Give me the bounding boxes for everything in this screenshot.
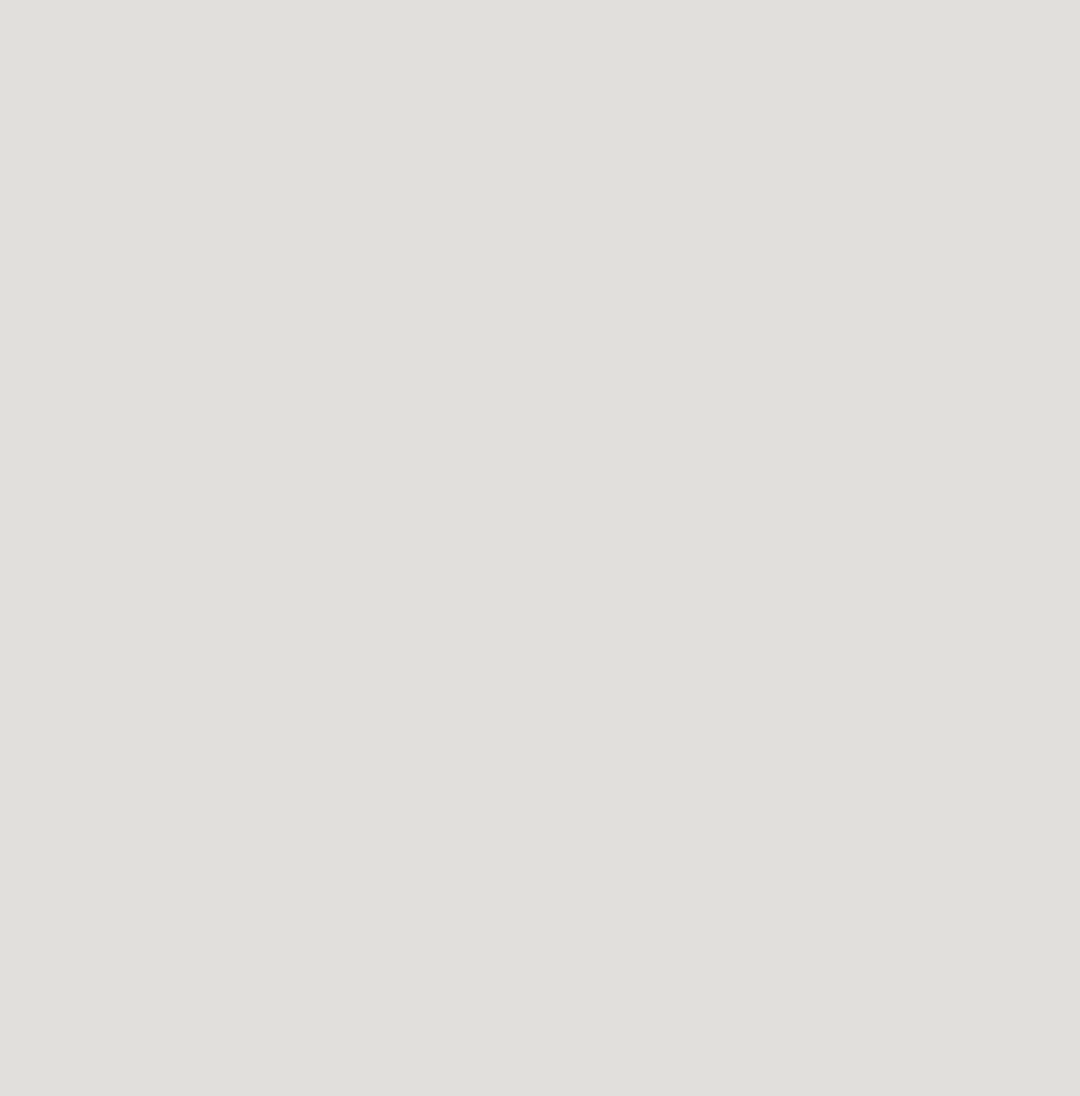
scrollbar-thumb[interactable] bbox=[1074, 8, 1080, 142]
chess-board bbox=[0, 8, 1080, 1088]
scrollbar-track[interactable] bbox=[1074, 0, 1080, 1096]
browser-top-strip bbox=[0, 0, 1080, 8]
browser-bottom-strip bbox=[0, 1088, 1080, 1096]
